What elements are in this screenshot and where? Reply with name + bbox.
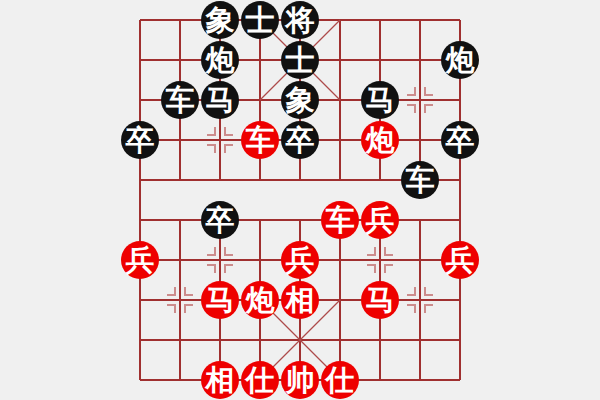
piece-black-soldier[interactable]: 卒 — [441, 121, 479, 159]
piece-red-cannon[interactable]: 炮 — [241, 281, 279, 319]
piece-black-advisor[interactable]: 士 — [241, 1, 279, 39]
piece-red-elephant[interactable]: 相 — [201, 361, 239, 399]
piece-black-soldier[interactable]: 卒 — [281, 121, 319, 159]
piece-black-cannon[interactable]: 炮 — [441, 41, 479, 79]
piece-black-cannon[interactable]: 炮 — [201, 41, 239, 79]
piece-black-elephant[interactable]: 象 — [281, 81, 319, 119]
piece-black-general[interactable]: 将 — [281, 1, 319, 39]
piece-black-horse[interactable]: 马 — [201, 81, 239, 119]
piece-red-chariot[interactable]: 车 — [321, 201, 359, 239]
piece-red-cannon[interactable]: 炮 — [361, 121, 399, 159]
piece-red-general[interactable]: 帅 — [281, 361, 319, 399]
xiangqi-board[interactable]: 象士将炮士炮车马象马卒卒卒车卒车炮车兵兵兵兵马炮相马相仕帅仕 — [0, 0, 600, 400]
piece-red-soldier[interactable]: 兵 — [441, 241, 479, 279]
piece-black-elephant[interactable]: 象 — [201, 1, 239, 39]
piece-red-soldier[interactable]: 兵 — [121, 241, 159, 279]
piece-black-horse[interactable]: 马 — [361, 81, 399, 119]
piece-red-horse[interactable]: 马 — [361, 281, 399, 319]
piece-red-advisor[interactable]: 仕 — [241, 361, 279, 399]
piece-black-chariot[interactable]: 车 — [401, 161, 439, 199]
piece-red-advisor[interactable]: 仕 — [321, 361, 359, 399]
piece-black-soldier[interactable]: 卒 — [201, 201, 239, 239]
piece-red-elephant[interactable]: 相 — [281, 281, 319, 319]
piece-red-chariot[interactable]: 车 — [241, 121, 279, 159]
piece-black-chariot[interactable]: 车 — [161, 81, 199, 119]
piece-red-horse[interactable]: 马 — [201, 281, 239, 319]
piece-red-soldier[interactable]: 兵 — [361, 201, 399, 239]
piece-red-soldier[interactable]: 兵 — [281, 241, 319, 279]
piece-black-soldier[interactable]: 卒 — [121, 121, 159, 159]
piece-black-advisor[interactable]: 士 — [281, 41, 319, 79]
